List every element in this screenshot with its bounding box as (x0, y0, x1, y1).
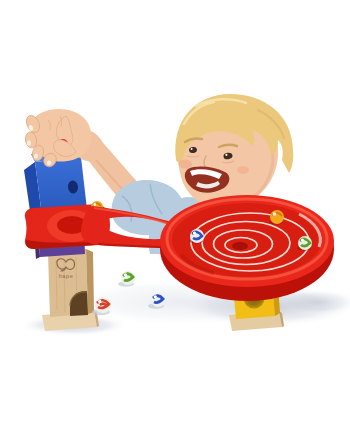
photo-illustration: hape (0, 0, 350, 424)
blush-right (237, 166, 249, 174)
spiral-center (232, 242, 248, 250)
hape-logo-text: hape (59, 273, 74, 279)
spiral-tray (160, 195, 334, 301)
blush-left (178, 160, 192, 169)
product-photo: hape (0, 0, 350, 424)
